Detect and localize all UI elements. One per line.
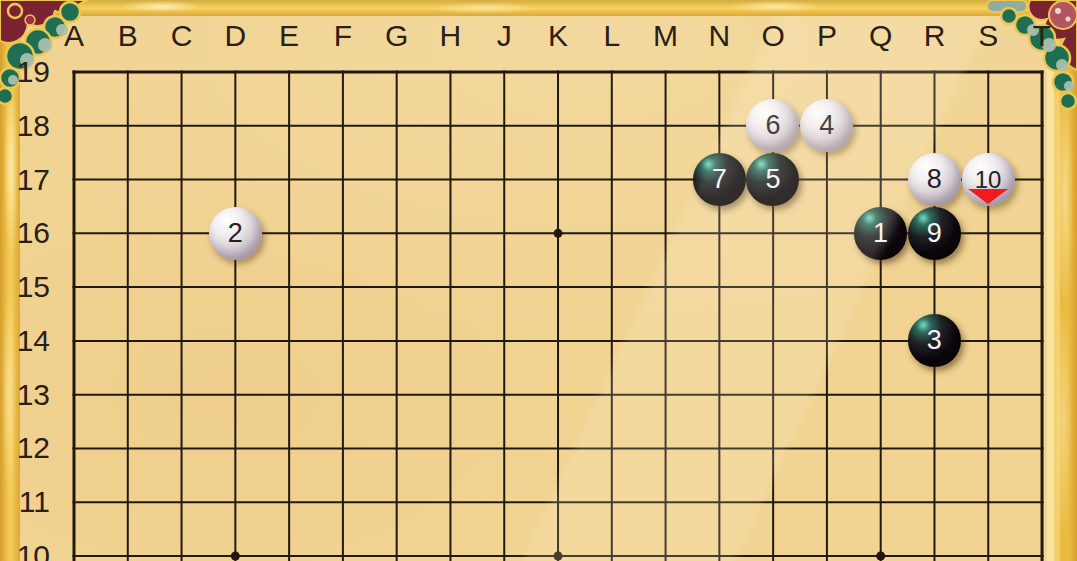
column-label-H: H [423, 18, 477, 54]
intersection-G12[interactable] [370, 421, 424, 475]
intersection-H14[interactable] [423, 314, 477, 368]
intersection-Q15[interactable] [854, 260, 908, 314]
intersection-E14[interactable] [262, 314, 316, 368]
intersection-R18[interactable] [907, 99, 961, 153]
intersection-B11[interactable] [101, 475, 155, 529]
intersection-H10[interactable] [423, 529, 477, 561]
intersection-A17[interactable] [47, 153, 101, 207]
intersection-K11[interactable] [531, 475, 585, 529]
intersection-G15[interactable] [370, 260, 424, 314]
intersection-M11[interactable] [639, 475, 693, 529]
column-label-R: R [907, 18, 961, 54]
intersection-K16[interactable] [531, 206, 585, 260]
intersection-C16[interactable] [155, 206, 209, 260]
intersection-G18[interactable] [370, 99, 424, 153]
intersection-D16[interactable]: 2 [208, 206, 262, 260]
intersection-B16[interactable] [101, 206, 155, 260]
intersection-D10[interactable] [208, 529, 262, 561]
stone-move-number: 1 [873, 220, 888, 247]
intersection-P13[interactable] [800, 368, 854, 422]
stone-move-number: 9 [927, 220, 942, 247]
intersection-A11[interactable] [47, 475, 101, 529]
intersection-O16[interactable] [746, 206, 800, 260]
gold-frame-right [1047, 0, 1077, 561]
intersection-F11[interactable] [316, 475, 370, 529]
intersection-D15[interactable] [208, 260, 262, 314]
intersection-B10[interactable] [101, 529, 155, 561]
row-label-11: 11 [10, 484, 50, 520]
row-label-16: 16 [10, 215, 50, 251]
intersection-M16[interactable] [639, 206, 693, 260]
intersection-N14[interactable] [692, 314, 746, 368]
intersection-O13[interactable] [746, 368, 800, 422]
intersection-R14[interactable]: 3 [907, 314, 961, 368]
column-label-Q: Q [854, 18, 908, 54]
intersection-L11[interactable] [585, 475, 639, 529]
intersection-O17[interactable]: 5 [746, 153, 800, 207]
intersection-R17[interactable]: 8 [907, 153, 961, 207]
intersection-L17[interactable] [585, 153, 639, 207]
column-label-N: N [692, 18, 746, 54]
intersection-O18[interactable]: 6 [746, 99, 800, 153]
intersection-S12[interactable] [961, 421, 1015, 475]
stone-black-3-R14[interactable]: 3 [908, 314, 961, 367]
intersection-D17[interactable] [208, 153, 262, 207]
intersection-L13[interactable] [585, 368, 639, 422]
intersection-J10[interactable] [477, 529, 531, 561]
stone-black-5-O17[interactable]: 5 [746, 153, 799, 206]
intersection-A12[interactable] [47, 421, 101, 475]
intersection-M17[interactable] [639, 153, 693, 207]
intersection-L15[interactable] [585, 260, 639, 314]
intersection-D11[interactable] [208, 475, 262, 529]
intersection-S11[interactable] [961, 475, 1015, 529]
intersection-C14[interactable] [155, 314, 209, 368]
intersection-C12[interactable] [155, 421, 209, 475]
column-label-D: D [208, 18, 262, 54]
intersection-P15[interactable] [800, 260, 854, 314]
column-label-B: B [101, 18, 155, 54]
intersection-D18[interactable] [208, 99, 262, 153]
intersection-C15[interactable] [155, 260, 209, 314]
intersection-L16[interactable] [585, 206, 639, 260]
intersection-M13[interactable] [639, 368, 693, 422]
row-label-10: 10 [10, 538, 50, 561]
intersection-A14[interactable] [47, 314, 101, 368]
intersection-P16[interactable] [800, 206, 854, 260]
intersection-J14[interactable] [477, 314, 531, 368]
intersection-F16[interactable] [316, 206, 370, 260]
stone-white-2-D16[interactable]: 2 [209, 207, 262, 260]
stone-move-number: 4 [819, 112, 834, 139]
intersection-H11[interactable] [423, 475, 477, 529]
stone-move-number: 7 [712, 166, 727, 193]
intersection-F17[interactable] [316, 153, 370, 207]
intersection-P17[interactable] [800, 153, 854, 207]
intersection-K17[interactable] [531, 153, 585, 207]
column-label-T: T [1015, 18, 1069, 54]
intersection-Q17[interactable] [854, 153, 908, 207]
intersection-S18[interactable] [961, 99, 1015, 153]
intersection-B15[interactable] [101, 260, 155, 314]
intersection-G17[interactable] [370, 153, 424, 207]
intersection-J12[interactable] [477, 421, 531, 475]
intersection-N12[interactable] [692, 421, 746, 475]
intersection-B13[interactable] [101, 368, 155, 422]
intersection-Q18[interactable] [854, 99, 908, 153]
intersection-H12[interactable] [423, 421, 477, 475]
stone-white-10-S17[interactable]: 10 [962, 153, 1015, 206]
intersection-S13[interactable] [961, 368, 1015, 422]
stone-move-number: 8 [927, 166, 942, 193]
intersection-F12[interactable] [316, 421, 370, 475]
intersection-B12[interactable] [101, 421, 155, 475]
go-board: 64758102193 [47, 45, 1069, 561]
intersection-G10[interactable] [370, 529, 424, 561]
intersection-L14[interactable] [585, 314, 639, 368]
intersection-S14[interactable] [961, 314, 1015, 368]
intersection-M12[interactable] [639, 421, 693, 475]
intersection-H13[interactable] [423, 368, 477, 422]
intersection-K10[interactable] [531, 529, 585, 561]
stone-white-4-P18[interactable]: 4 [800, 99, 853, 152]
intersection-K18[interactable] [531, 99, 585, 153]
intersection-L10[interactable] [585, 529, 639, 561]
intersection-O11[interactable] [746, 475, 800, 529]
intersection-O15[interactable] [746, 260, 800, 314]
intersection-E13[interactable] [262, 368, 316, 422]
column-label-P: P [800, 18, 854, 54]
intersection-C13[interactable] [155, 368, 209, 422]
column-label-J: J [477, 18, 531, 54]
intersection-F18[interactable] [316, 99, 370, 153]
intersection-Q16[interactable]: 1 [854, 206, 908, 260]
column-label-C: C [155, 18, 209, 54]
intersection-A15[interactable] [47, 260, 101, 314]
intersection-C11[interactable] [155, 475, 209, 529]
intersection-S15[interactable] [961, 260, 1015, 314]
intersection-G14[interactable] [370, 314, 424, 368]
stone-move-number: 2 [228, 220, 243, 247]
intersection-N11[interactable] [692, 475, 746, 529]
intersection-H17[interactable] [423, 153, 477, 207]
gold-frame-top [0, 0, 1077, 16]
intersection-G13[interactable] [370, 368, 424, 422]
intersection-A10[interactable] [47, 529, 101, 561]
intersection-O12[interactable] [746, 421, 800, 475]
intersection-F10[interactable] [316, 529, 370, 561]
intersection-H16[interactable] [423, 206, 477, 260]
column-label-F: F [316, 18, 370, 54]
intersection-N18[interactable] [692, 99, 746, 153]
intersection-Q14[interactable] [854, 314, 908, 368]
intersection-K14[interactable] [531, 314, 585, 368]
intersection-M10[interactable] [639, 529, 693, 561]
row-label-15: 15 [10, 269, 50, 305]
intersection-R15[interactable] [907, 260, 961, 314]
intersection-E17[interactable] [262, 153, 316, 207]
intersection-M14[interactable] [639, 314, 693, 368]
stone-white-8-R17[interactable]: 8 [908, 153, 961, 206]
intersection-N16[interactable] [692, 206, 746, 260]
intersection-L18[interactable] [585, 99, 639, 153]
stone-white-6-O18[interactable]: 6 [746, 99, 799, 152]
intersection-O10[interactable] [746, 529, 800, 561]
intersection-R11[interactable] [907, 475, 961, 529]
column-label-S: S [961, 18, 1015, 54]
stone-move-number: 6 [765, 112, 780, 139]
column-label-A: A [47, 18, 101, 54]
intersection-B14[interactable] [101, 314, 155, 368]
intersection-N13[interactable] [692, 368, 746, 422]
intersection-J13[interactable] [477, 368, 531, 422]
intersection-J16[interactable] [477, 206, 531, 260]
intersection-S16[interactable] [961, 206, 1015, 260]
intersection-Q13[interactable] [854, 368, 908, 422]
intersection-P18[interactable]: 4 [800, 99, 854, 153]
stone-move-number: 3 [927, 327, 942, 354]
intersection-R10[interactable] [907, 529, 961, 561]
intersection-Q10[interactable] [854, 529, 908, 561]
intersection-D12[interactable] [208, 421, 262, 475]
stone-black-9-R16[interactable]: 9 [908, 207, 961, 260]
intersection-A13[interactable] [47, 368, 101, 422]
intersection-E15[interactable] [262, 260, 316, 314]
intersection-E12[interactable] [262, 421, 316, 475]
column-label-E: E [262, 18, 316, 54]
intersection-C17[interactable] [155, 153, 209, 207]
intersection-G16[interactable] [370, 206, 424, 260]
intersection-R12[interactable] [907, 421, 961, 475]
intersection-H15[interactable] [423, 260, 477, 314]
intersection-S10[interactable] [961, 529, 1015, 561]
intersection-B18[interactable] [101, 99, 155, 153]
column-label-O: O [746, 18, 800, 54]
intersection-S17[interactable]: 10 [961, 153, 1015, 207]
intersection-J18[interactable] [477, 99, 531, 153]
column-label-L: L [585, 18, 639, 54]
intersection-B17[interactable] [101, 153, 155, 207]
intersection-E10[interactable] [262, 529, 316, 561]
intersection-Q12[interactable] [854, 421, 908, 475]
row-label-19: 19 [10, 54, 50, 90]
row-label-14: 14 [10, 323, 50, 359]
intersection-P12[interactable] [800, 421, 854, 475]
intersection-A16[interactable] [47, 206, 101, 260]
intersection-F14[interactable] [316, 314, 370, 368]
column-label-G: G [370, 18, 424, 54]
intersection-D14[interactable] [208, 314, 262, 368]
stone-black-1-Q16[interactable]: 1 [854, 207, 907, 260]
intersection-N15[interactable] [692, 260, 746, 314]
go-app-window: 64758102193 ABCDEFGHJKLMNOPQRST 19181716… [0, 0, 1077, 561]
intersection-A18[interactable] [47, 99, 101, 153]
intersection-E18[interactable] [262, 99, 316, 153]
intersection-H18[interactable] [423, 99, 477, 153]
stone-move-number: 10 [975, 168, 1002, 192]
intersection-D13[interactable] [208, 368, 262, 422]
intersection-J15[interactable] [477, 260, 531, 314]
stone-black-7-N17[interactable]: 7 [693, 153, 746, 206]
intersection-C18[interactable] [155, 99, 209, 153]
intersection-Q11[interactable] [854, 475, 908, 529]
row-label-18: 18 [10, 108, 50, 144]
intersection-P11[interactable] [800, 475, 854, 529]
intersection-K15[interactable] [531, 260, 585, 314]
intersection-L12[interactable] [585, 421, 639, 475]
intersection-C10[interactable] [155, 529, 209, 561]
intersection-E16[interactable] [262, 206, 316, 260]
intersection-G11[interactable] [370, 475, 424, 529]
stone-move-number: 5 [765, 166, 780, 193]
intersection-J11[interactable] [477, 475, 531, 529]
intersection-R13[interactable] [907, 368, 961, 422]
intersection-F15[interactable] [316, 260, 370, 314]
intersection-N17[interactable]: 7 [692, 153, 746, 207]
row-label-17: 17 [10, 162, 50, 198]
intersection-P14[interactable] [800, 314, 854, 368]
intersection-N10[interactable] [692, 529, 746, 561]
intersection-M18[interactable] [639, 99, 693, 153]
row-label-13: 13 [10, 377, 50, 413]
column-label-K: K [531, 18, 585, 54]
intersection-O14[interactable] [746, 314, 800, 368]
intersection-F13[interactable] [316, 368, 370, 422]
row-label-12: 12 [10, 430, 50, 466]
intersection-P10[interactable] [800, 529, 854, 561]
intersection-J17[interactable] [477, 153, 531, 207]
intersection-R16[interactable]: 9 [907, 206, 961, 260]
column-label-M: M [639, 18, 693, 54]
intersection-M15[interactable] [639, 260, 693, 314]
intersection-K13[interactable] [531, 368, 585, 422]
intersection-K12[interactable] [531, 421, 585, 475]
intersection-E11[interactable] [262, 475, 316, 529]
